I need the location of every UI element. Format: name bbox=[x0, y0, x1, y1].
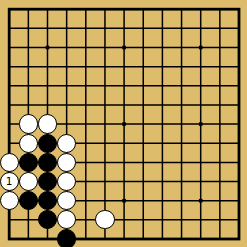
intersection bbox=[191, 0, 210, 19]
intersection bbox=[172, 191, 191, 210]
intersection bbox=[19, 153, 38, 172]
intersection bbox=[19, 76, 38, 95]
black-stone bbox=[19, 191, 38, 210]
intersection bbox=[172, 114, 191, 133]
intersection bbox=[38, 76, 57, 95]
intersection bbox=[114, 114, 133, 133]
intersection bbox=[229, 19, 247, 38]
intersection bbox=[172, 153, 191, 172]
intersection bbox=[76, 153, 95, 172]
intersection bbox=[95, 0, 114, 19]
intersection bbox=[19, 95, 38, 114]
intersection bbox=[191, 76, 210, 95]
intersection bbox=[114, 172, 133, 191]
intersection bbox=[38, 229, 57, 247]
intersection bbox=[229, 134, 247, 153]
intersection bbox=[0, 38, 19, 57]
intersection bbox=[95, 95, 114, 114]
intersection bbox=[134, 57, 153, 76]
intersection bbox=[19, 19, 38, 38]
intersection bbox=[57, 134, 76, 153]
intersection bbox=[76, 229, 95, 247]
intersection bbox=[38, 114, 57, 133]
intersection bbox=[153, 114, 172, 133]
intersection bbox=[210, 172, 229, 191]
white-stone bbox=[38, 114, 57, 133]
intersection bbox=[19, 0, 38, 19]
intersection bbox=[191, 134, 210, 153]
intersection bbox=[0, 191, 19, 210]
intersection bbox=[210, 57, 229, 76]
intersection bbox=[38, 95, 57, 114]
white-stone bbox=[19, 172, 38, 191]
intersection bbox=[153, 0, 172, 19]
go-board-diagram: 1 bbox=[0, 0, 247, 247]
intersection bbox=[210, 38, 229, 57]
intersection bbox=[191, 153, 210, 172]
intersection bbox=[0, 114, 19, 133]
intersection bbox=[0, 229, 19, 247]
intersection bbox=[210, 76, 229, 95]
intersection bbox=[210, 114, 229, 133]
intersection bbox=[210, 19, 229, 38]
intersection bbox=[172, 134, 191, 153]
intersection bbox=[19, 210, 38, 229]
intersection bbox=[76, 0, 95, 19]
intersection bbox=[134, 114, 153, 133]
intersection bbox=[38, 191, 57, 210]
intersection bbox=[76, 114, 95, 133]
intersection bbox=[95, 114, 114, 133]
intersection bbox=[114, 76, 133, 95]
white-stone bbox=[57, 134, 76, 153]
intersection bbox=[114, 95, 133, 114]
white-stone bbox=[57, 210, 76, 229]
intersection bbox=[57, 210, 76, 229]
black-stone bbox=[38, 191, 57, 210]
intersection bbox=[153, 229, 172, 247]
intersection bbox=[19, 114, 38, 133]
intersection bbox=[153, 57, 172, 76]
black-stone bbox=[38, 210, 57, 229]
intersection bbox=[57, 153, 76, 172]
intersection bbox=[76, 57, 95, 76]
intersection bbox=[191, 210, 210, 229]
intersection bbox=[210, 95, 229, 114]
black-stone bbox=[38, 153, 57, 172]
intersection bbox=[229, 95, 247, 114]
intersection bbox=[210, 229, 229, 247]
white-stone bbox=[57, 191, 76, 210]
intersection bbox=[19, 191, 38, 210]
intersection bbox=[38, 153, 57, 172]
intersection bbox=[19, 172, 38, 191]
intersection bbox=[153, 76, 172, 95]
intersection bbox=[57, 95, 76, 114]
intersection bbox=[114, 57, 133, 76]
intersection bbox=[229, 191, 247, 210]
intersection bbox=[172, 95, 191, 114]
intersection bbox=[191, 57, 210, 76]
intersection bbox=[95, 229, 114, 247]
intersection bbox=[114, 134, 133, 153]
intersection bbox=[172, 229, 191, 247]
intersection bbox=[0, 134, 19, 153]
intersection bbox=[134, 19, 153, 38]
intersection bbox=[229, 38, 247, 57]
black-stone bbox=[38, 134, 57, 153]
intersection bbox=[210, 210, 229, 229]
white-stone bbox=[57, 172, 76, 191]
intersection bbox=[38, 172, 57, 191]
intersection bbox=[57, 229, 76, 247]
intersection bbox=[114, 229, 133, 247]
intersection bbox=[57, 0, 76, 19]
intersection: 1 bbox=[0, 172, 19, 191]
intersection bbox=[19, 229, 38, 247]
intersection bbox=[134, 134, 153, 153]
intersection bbox=[229, 76, 247, 95]
intersection bbox=[229, 229, 247, 247]
intersection bbox=[76, 19, 95, 38]
intersection bbox=[172, 0, 191, 19]
intersection bbox=[153, 210, 172, 229]
white-stone bbox=[19, 114, 38, 133]
white-stone bbox=[57, 153, 76, 172]
black-stone bbox=[57, 229, 76, 247]
intersection bbox=[76, 210, 95, 229]
intersection bbox=[0, 19, 19, 38]
board-intersections: 1 bbox=[0, 0, 247, 247]
intersection bbox=[76, 38, 95, 57]
intersection bbox=[153, 153, 172, 172]
intersection bbox=[57, 191, 76, 210]
intersection bbox=[134, 172, 153, 191]
intersection bbox=[57, 76, 76, 95]
intersection bbox=[38, 210, 57, 229]
white-stone bbox=[95, 210, 114, 229]
intersection bbox=[0, 76, 19, 95]
intersection bbox=[114, 38, 133, 57]
intersection bbox=[229, 114, 247, 133]
intersection bbox=[153, 191, 172, 210]
intersection bbox=[191, 191, 210, 210]
intersection bbox=[95, 57, 114, 76]
intersection bbox=[114, 153, 133, 172]
intersection bbox=[172, 76, 191, 95]
intersection bbox=[134, 229, 153, 247]
intersection bbox=[19, 57, 38, 76]
intersection bbox=[172, 210, 191, 229]
intersection bbox=[76, 191, 95, 210]
white-stone bbox=[0, 153, 19, 172]
intersection bbox=[134, 153, 153, 172]
intersection bbox=[57, 19, 76, 38]
intersection bbox=[114, 210, 133, 229]
black-stone bbox=[38, 172, 57, 191]
white-stone bbox=[0, 191, 19, 210]
intersection bbox=[134, 191, 153, 210]
intersection bbox=[38, 134, 57, 153]
intersection bbox=[114, 19, 133, 38]
intersection bbox=[134, 76, 153, 95]
intersection bbox=[153, 134, 172, 153]
intersection bbox=[191, 38, 210, 57]
intersection bbox=[191, 114, 210, 133]
intersection bbox=[172, 19, 191, 38]
intersection bbox=[76, 95, 95, 114]
black-stone bbox=[19, 153, 38, 172]
intersection bbox=[229, 0, 247, 19]
intersection bbox=[114, 191, 133, 210]
intersection bbox=[95, 191, 114, 210]
intersection bbox=[19, 38, 38, 57]
intersection bbox=[153, 38, 172, 57]
intersection bbox=[95, 38, 114, 57]
intersection bbox=[210, 191, 229, 210]
intersection bbox=[210, 134, 229, 153]
intersection bbox=[153, 172, 172, 191]
intersection bbox=[38, 38, 57, 57]
intersection bbox=[95, 134, 114, 153]
intersection bbox=[134, 0, 153, 19]
intersection bbox=[57, 172, 76, 191]
intersection bbox=[134, 95, 153, 114]
intersection bbox=[229, 57, 247, 76]
intersection bbox=[172, 38, 191, 57]
intersection bbox=[95, 19, 114, 38]
intersection bbox=[0, 0, 19, 19]
intersection bbox=[210, 153, 229, 172]
intersection bbox=[172, 57, 191, 76]
intersection bbox=[191, 229, 210, 247]
intersection bbox=[95, 76, 114, 95]
intersection bbox=[172, 172, 191, 191]
intersection bbox=[0, 95, 19, 114]
intersection bbox=[114, 0, 133, 19]
intersection bbox=[229, 153, 247, 172]
intersection bbox=[95, 210, 114, 229]
intersection bbox=[57, 38, 76, 57]
intersection bbox=[153, 19, 172, 38]
intersection bbox=[134, 210, 153, 229]
intersection bbox=[76, 134, 95, 153]
intersection bbox=[210, 0, 229, 19]
intersection bbox=[191, 95, 210, 114]
intersection bbox=[95, 172, 114, 191]
intersection bbox=[38, 19, 57, 38]
intersection bbox=[134, 38, 153, 57]
intersection bbox=[57, 57, 76, 76]
intersection bbox=[95, 153, 114, 172]
intersection bbox=[38, 0, 57, 19]
intersection bbox=[0, 153, 19, 172]
intersection bbox=[229, 210, 247, 229]
intersection bbox=[229, 172, 247, 191]
intersection bbox=[57, 114, 76, 133]
intersection bbox=[153, 95, 172, 114]
intersection bbox=[0, 210, 19, 229]
intersection bbox=[191, 172, 210, 191]
white-stone-move-1: 1 bbox=[0, 172, 19, 191]
move-number-label: 1 bbox=[6, 176, 13, 187]
intersection bbox=[191, 19, 210, 38]
intersection bbox=[38, 57, 57, 76]
intersection bbox=[0, 57, 19, 76]
intersection bbox=[76, 172, 95, 191]
white-stone bbox=[19, 134, 38, 153]
intersection bbox=[19, 134, 38, 153]
intersection bbox=[76, 76, 95, 95]
